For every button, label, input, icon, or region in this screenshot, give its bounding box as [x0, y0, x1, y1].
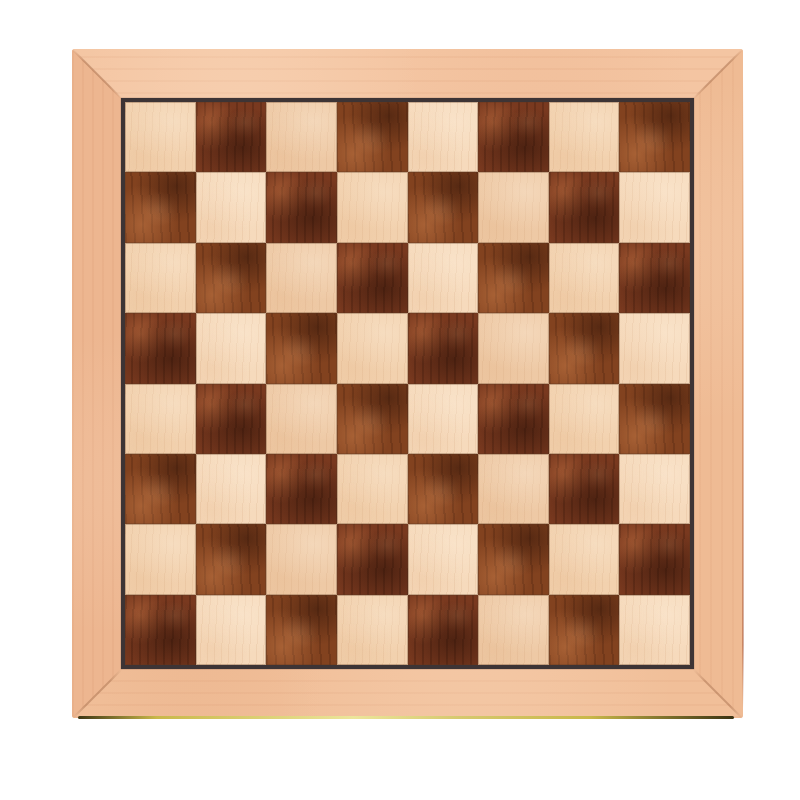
square-b4[interactable]	[196, 384, 267, 454]
square-d7[interactable]	[337, 172, 408, 242]
square-f7[interactable]	[478, 172, 549, 242]
square-h3[interactable]	[619, 454, 690, 524]
square-e1[interactable]	[408, 595, 479, 665]
square-a2[interactable]	[125, 524, 196, 594]
square-c5[interactable]	[266, 313, 337, 383]
square-e2[interactable]	[408, 524, 479, 594]
square-a4[interactable]	[125, 384, 196, 454]
square-h4[interactable]	[619, 384, 690, 454]
square-b8[interactable]	[196, 102, 267, 172]
square-a7[interactable]	[125, 172, 196, 242]
square-h2[interactable]	[619, 524, 690, 594]
square-g2[interactable]	[549, 524, 620, 594]
square-g5[interactable]	[549, 313, 620, 383]
square-g7[interactable]	[549, 172, 620, 242]
square-e6[interactable]	[408, 243, 479, 313]
square-c4[interactable]	[266, 384, 337, 454]
square-d5[interactable]	[337, 313, 408, 383]
square-a6[interactable]	[125, 243, 196, 313]
bottom-brass-edge	[78, 716, 734, 719]
square-b7[interactable]	[196, 172, 267, 242]
square-d4[interactable]	[337, 384, 408, 454]
square-f1[interactable]	[478, 595, 549, 665]
chess-board	[72, 49, 743, 718]
square-c8[interactable]	[266, 102, 337, 172]
square-c7[interactable]	[266, 172, 337, 242]
square-f2[interactable]	[478, 524, 549, 594]
square-c2[interactable]	[266, 524, 337, 594]
square-g6[interactable]	[549, 243, 620, 313]
square-a3[interactable]	[125, 454, 196, 524]
square-a8[interactable]	[125, 102, 196, 172]
square-b3[interactable]	[196, 454, 267, 524]
square-d6[interactable]	[337, 243, 408, 313]
square-a5[interactable]	[125, 313, 196, 383]
square-f5[interactable]	[478, 313, 549, 383]
square-h7[interactable]	[619, 172, 690, 242]
square-d2[interactable]	[337, 524, 408, 594]
square-f3[interactable]	[478, 454, 549, 524]
square-a1[interactable]	[125, 595, 196, 665]
square-e5[interactable]	[408, 313, 479, 383]
square-f6[interactable]	[478, 243, 549, 313]
square-d3[interactable]	[337, 454, 408, 524]
square-c1[interactable]	[266, 595, 337, 665]
square-h8[interactable]	[619, 102, 690, 172]
square-b5[interactable]	[196, 313, 267, 383]
square-g4[interactable]	[549, 384, 620, 454]
square-h1[interactable]	[619, 595, 690, 665]
square-g8[interactable]	[549, 102, 620, 172]
right-edge-highlight	[742, 75, 744, 708]
square-e3[interactable]	[408, 454, 479, 524]
square-e8[interactable]	[408, 102, 479, 172]
square-e4[interactable]	[408, 384, 479, 454]
square-g1[interactable]	[549, 595, 620, 665]
square-d1[interactable]	[337, 595, 408, 665]
board-grid	[125, 102, 690, 665]
square-f4[interactable]	[478, 384, 549, 454]
square-d8[interactable]	[337, 102, 408, 172]
square-b6[interactable]	[196, 243, 267, 313]
playing-area-inlay-border	[121, 98, 694, 669]
square-e7[interactable]	[408, 172, 479, 242]
square-g3[interactable]	[549, 454, 620, 524]
square-c3[interactable]	[266, 454, 337, 524]
square-b2[interactable]	[196, 524, 267, 594]
square-b1[interactable]	[196, 595, 267, 665]
square-f8[interactable]	[478, 102, 549, 172]
square-h6[interactable]	[619, 243, 690, 313]
square-c6[interactable]	[266, 243, 337, 313]
square-h5[interactable]	[619, 313, 690, 383]
page: { "game": "chess", "position": { "fen": …	[0, 0, 800, 800]
